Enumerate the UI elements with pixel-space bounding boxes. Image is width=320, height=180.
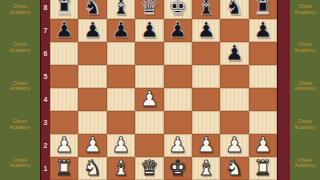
piece-black-pawn[interactable]: ♟ bbox=[55, 20, 74, 41]
square-c6[interactable] bbox=[107, 42, 135, 65]
watermark-line2: Academy bbox=[290, 48, 320, 54]
square-e1[interactable]: ♚ bbox=[164, 157, 192, 180]
square-c3[interactable] bbox=[107, 111, 135, 134]
piece-white-bishop[interactable]: ♝ bbox=[112, 158, 131, 179]
square-f5[interactable] bbox=[192, 65, 220, 88]
chess-board: ♜♞♝♛♚♝♞♜♟♟♟♟♟♟♟♟♟♟♟♟♟♟♟♟♜♞♝♛♚♝♞♜ bbox=[50, 0, 277, 180]
square-g3[interactable] bbox=[220, 111, 248, 134]
square-e2[interactable]: ♟ bbox=[164, 134, 192, 157]
piece-black-king[interactable]: ♚ bbox=[168, 0, 187, 18]
piece-white-knight[interactable]: ♞ bbox=[225, 158, 244, 179]
rank-label-3: 3 bbox=[41, 111, 50, 134]
piece-white-pawn[interactable]: ♟ bbox=[197, 135, 216, 156]
square-h1[interactable]: ♜ bbox=[249, 157, 277, 180]
square-g6[interactable]: ♟ bbox=[220, 42, 248, 65]
square-a1[interactable]: ♜ bbox=[50, 157, 78, 180]
square-h6[interactable] bbox=[249, 42, 277, 65]
square-d1[interactable]: ♛ bbox=[135, 157, 163, 180]
rank-label-1: 1 bbox=[41, 157, 50, 180]
watermark-line2: Academy bbox=[0, 10, 40, 16]
rank-label-7: 7 bbox=[41, 19, 50, 42]
chess-academy-watermark: ChessAcademy bbox=[0, 42, 40, 53]
square-e5[interactable] bbox=[164, 65, 192, 88]
piece-black-pawn[interactable]: ♟ bbox=[225, 43, 244, 64]
square-f4[interactable] bbox=[192, 88, 220, 111]
square-d7[interactable]: ♟ bbox=[135, 19, 163, 42]
rank-label-2: 2 bbox=[41, 134, 50, 157]
square-e7[interactable]: ♟ bbox=[164, 19, 192, 42]
piece-black-bishop[interactable]: ♝ bbox=[197, 0, 216, 18]
square-h2[interactable]: ♟ bbox=[249, 134, 277, 157]
square-d5[interactable] bbox=[135, 65, 163, 88]
piece-black-rook[interactable]: ♜ bbox=[55, 0, 74, 18]
square-g1[interactable]: ♞ bbox=[220, 157, 248, 180]
chess-academy-watermark: ChessAcademy bbox=[0, 119, 40, 130]
piece-black-bishop[interactable]: ♝ bbox=[112, 0, 131, 18]
chess-academy-watermark: ChessAcademy bbox=[290, 4, 320, 15]
square-d6[interactable] bbox=[135, 42, 163, 65]
chess-academy-watermark: ChessAcademy bbox=[290, 158, 320, 169]
piece-white-pawn[interactable]: ♟ bbox=[83, 135, 102, 156]
piece-white-rook[interactable]: ♜ bbox=[253, 158, 272, 179]
square-c8[interactable]: ♝ bbox=[107, 0, 135, 19]
square-b8[interactable]: ♞ bbox=[78, 0, 106, 19]
piece-white-pawn[interactable]: ♟ bbox=[112, 135, 131, 156]
square-c2[interactable]: ♟ bbox=[107, 134, 135, 157]
square-g5[interactable] bbox=[220, 65, 248, 88]
piece-black-pawn[interactable]: ♟ bbox=[197, 20, 216, 41]
piece-black-pawn[interactable]: ♟ bbox=[112, 20, 131, 41]
square-a5[interactable] bbox=[50, 65, 78, 88]
square-a8[interactable]: ♜ bbox=[50, 0, 78, 19]
watermark-line2: Academy bbox=[290, 163, 320, 169]
chess-academy-watermark: ChessAcademy bbox=[290, 119, 320, 130]
square-f6[interactable] bbox=[192, 42, 220, 65]
square-h5[interactable] bbox=[249, 65, 277, 88]
chess-academy-watermark: ChessAcademy bbox=[290, 42, 320, 53]
piece-black-rook[interactable]: ♜ bbox=[253, 0, 272, 18]
piece-black-queen[interactable]: ♛ bbox=[140, 0, 159, 18]
piece-black-knight[interactable]: ♞ bbox=[225, 0, 244, 18]
watermark-line2: Academy bbox=[290, 10, 320, 16]
watermark-line2: Academy bbox=[290, 86, 320, 92]
piece-black-pawn[interactable]: ♟ bbox=[168, 20, 187, 41]
piece-white-bishop[interactable]: ♝ bbox=[197, 158, 216, 179]
piece-black-knight[interactable]: ♞ bbox=[83, 0, 102, 18]
square-b5[interactable] bbox=[78, 65, 106, 88]
square-a2[interactable]: ♟ bbox=[50, 134, 78, 157]
square-c1[interactable]: ♝ bbox=[107, 157, 135, 180]
square-a4[interactable] bbox=[50, 88, 78, 111]
chess-academy-watermark: ChessAcademy bbox=[0, 81, 40, 92]
square-h4[interactable] bbox=[249, 88, 277, 111]
square-h7[interactable]: ♟ bbox=[249, 19, 277, 42]
square-a6[interactable] bbox=[50, 42, 78, 65]
watermark-line2: Academy bbox=[0, 163, 40, 169]
square-a3[interactable] bbox=[50, 111, 78, 134]
square-c5[interactable] bbox=[107, 65, 135, 88]
square-c7[interactable]: ♟ bbox=[107, 19, 135, 42]
square-g8[interactable]: ♞ bbox=[220, 0, 248, 19]
square-g7[interactable] bbox=[220, 19, 248, 42]
square-d2[interactable] bbox=[135, 134, 163, 157]
square-g2[interactable]: ♟ bbox=[220, 134, 248, 157]
piece-white-pawn[interactable]: ♟ bbox=[55, 135, 74, 156]
right-margin: ChessAcademyChessAcademyChessAcademyChes… bbox=[290, 0, 320, 180]
watermark-line2: Academy bbox=[290, 125, 320, 131]
rank-label-5: 5 bbox=[41, 65, 50, 88]
square-b7[interactable]: ♟ bbox=[78, 19, 106, 42]
square-b2[interactable]: ♟ bbox=[78, 134, 106, 157]
rank-label-6: 6 bbox=[41, 42, 50, 65]
square-e4[interactable] bbox=[164, 88, 192, 111]
piece-white-king[interactable]: ♚ bbox=[168, 158, 187, 179]
square-f7[interactable]: ♟ bbox=[192, 19, 220, 42]
square-b1[interactable]: ♞ bbox=[78, 157, 106, 180]
square-f8[interactable]: ♝ bbox=[192, 0, 220, 19]
square-b6[interactable] bbox=[78, 42, 106, 65]
left-margin: ChessAcademyChessAcademyChessAcademyChes… bbox=[0, 0, 40, 180]
square-d8[interactable]: ♛ bbox=[135, 0, 163, 19]
rank-label-4: 4 bbox=[41, 88, 50, 111]
square-e3[interactable] bbox=[164, 111, 192, 134]
square-a7[interactable]: ♟ bbox=[50, 19, 78, 42]
square-g4[interactable] bbox=[220, 88, 248, 111]
square-f3[interactable] bbox=[192, 111, 220, 134]
square-d3[interactable] bbox=[135, 111, 163, 134]
piece-white-rook[interactable]: ♜ bbox=[55, 158, 74, 179]
piece-white-pawn[interactable]: ♟ bbox=[140, 89, 159, 110]
square-e6[interactable] bbox=[164, 42, 192, 65]
piece-white-pawn[interactable]: ♟ bbox=[253, 135, 272, 156]
square-b4[interactable] bbox=[78, 88, 106, 111]
chess-academy-watermark: ChessAcademy bbox=[0, 4, 40, 15]
piece-white-queen[interactable]: ♛ bbox=[140, 158, 159, 179]
square-d4[interactable]: ♟ bbox=[135, 88, 163, 111]
piece-black-pawn[interactable]: ♟ bbox=[140, 20, 159, 41]
square-e8[interactable]: ♚ bbox=[164, 0, 192, 19]
square-h3[interactable] bbox=[249, 111, 277, 134]
square-b3[interactable] bbox=[78, 111, 106, 134]
watermark-line2: Academy bbox=[0, 125, 40, 131]
rank-label-strip: 87654321 bbox=[40, 0, 50, 180]
square-f2[interactable]: ♟ bbox=[192, 134, 220, 157]
watermark-line2: Academy bbox=[0, 86, 40, 92]
piece-black-pawn[interactable]: ♟ bbox=[83, 20, 102, 41]
watermark-line2: Academy bbox=[0, 48, 40, 54]
piece-white-pawn[interactable]: ♟ bbox=[225, 135, 244, 156]
piece-black-pawn[interactable]: ♟ bbox=[253, 20, 272, 41]
chess-academy-watermark: ChessAcademy bbox=[0, 158, 40, 169]
piece-white-pawn[interactable]: ♟ bbox=[168, 135, 187, 156]
piece-white-knight[interactable]: ♞ bbox=[83, 158, 102, 179]
rank-label-8: 8 bbox=[41, 0, 50, 19]
video-frame: ChessAcademyChessAcademyChessAcademyChes… bbox=[0, 0, 320, 180]
square-c4[interactable] bbox=[107, 88, 135, 111]
chess-academy-watermark: ChessAcademy bbox=[290, 81, 320, 92]
square-h8[interactable]: ♜ bbox=[249, 0, 277, 19]
square-f1[interactable]: ♝ bbox=[192, 157, 220, 180]
right-frame-strip bbox=[277, 0, 290, 180]
